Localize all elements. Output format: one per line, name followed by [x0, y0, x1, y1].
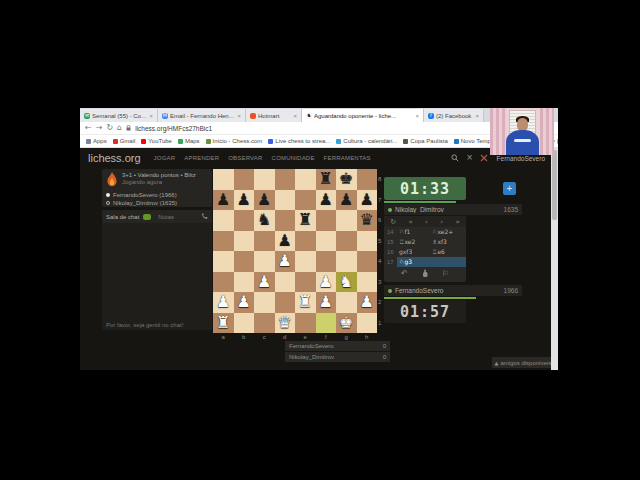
chat-panel: Sala de chat Notas Por favor, seja genti…	[102, 210, 212, 330]
square-a6[interactable]	[213, 210, 234, 231]
bookmark-label: Copa Paulista	[410, 138, 447, 144]
white-p-piece[interactable]: ♟	[216, 294, 230, 310]
white-p-piece[interactable]: ♟	[319, 274, 333, 290]
friends-online-label: amigos disponíveis	[500, 360, 551, 366]
bookmark-item[interactable]: Maps	[178, 138, 200, 144]
bookmark-favicon	[86, 139, 91, 144]
square-g7[interactable]: ♟	[336, 190, 357, 211]
bookmark-favicon	[206, 139, 211, 144]
close-icon[interactable]: ×	[466, 153, 473, 162]
bookmark-item[interactable]: Live chess to strea...	[268, 138, 330, 144]
time-control-label: 3+1 • Valendo pontos • Blitz	[122, 172, 196, 178]
bookmark-favicon	[454, 139, 459, 144]
square-d5[interactable]: ♟	[275, 231, 296, 252]
crosstable-score: 0	[383, 343, 386, 349]
square-a2[interactable]: ♟	[213, 292, 234, 313]
draw-offer-hand-icon[interactable]	[421, 269, 429, 278]
file-label-d: d	[275, 334, 296, 341]
black-p-piece[interactable]: ♟	[237, 192, 251, 208]
move-number: 14	[384, 229, 397, 235]
pink-curtain	[540, 108, 554, 155]
white-p-piece[interactable]: ♟	[319, 294, 333, 310]
rank-label-8: 8	[378, 169, 381, 190]
move-number: 15	[384, 239, 397, 245]
bookmark-label: Cultura - calendári...	[343, 138, 397, 144]
square-e3[interactable]	[295, 272, 316, 293]
online-dot	[388, 208, 392, 212]
move-white[interactable]: ♖xe2	[397, 237, 430, 247]
player-name-top[interactable]: Nikolay_Dimitrov	[395, 206, 501, 213]
file-label-b: b	[234, 334, 255, 341]
square-e6[interactable]: ♜	[295, 210, 316, 231]
time-progress-top	[384, 201, 456, 203]
tab-close-icon[interactable]: ×	[149, 113, 153, 119]
square-b2[interactable]: ♟	[234, 292, 255, 313]
square-d3[interactable]	[275, 272, 296, 293]
square-d4[interactable]: ♟	[275, 251, 296, 272]
browser-tab[interactable]: f(2) Facebook×	[424, 109, 484, 122]
square-a7[interactable]: ♟	[213, 190, 234, 211]
home-icon[interactable]: ⌂	[117, 124, 122, 132]
rank-label-5: 5	[378, 231, 381, 252]
move-black[interactable]: ♗xf3	[430, 237, 466, 247]
tab-close-icon[interactable]: ×	[237, 113, 241, 119]
bookmark-label: Maps	[185, 138, 200, 144]
square-g5[interactable]	[336, 231, 357, 252]
white-n-piece[interactable]: ♞	[339, 274, 353, 290]
move-list: 14♘f1♘xe2+15♖xe2♗xf316gxf3♖e617♘g3	[384, 227, 466, 267]
square-h8[interactable]	[357, 169, 378, 190]
square-d8[interactable]	[275, 169, 296, 190]
board-rank-labels: 87654321	[378, 169, 381, 333]
bookmark-item[interactable]: Apps	[86, 138, 107, 144]
first-move-icon[interactable]: «	[408, 218, 412, 226]
square-b5[interactable]	[234, 231, 255, 252]
square-b4[interactable]	[234, 251, 255, 272]
nav-item-comunidade[interactable]: COMUNIDADE	[272, 155, 315, 161]
file-label-a: a	[213, 334, 234, 341]
move-white[interactable]: ♘g3	[397, 257, 466, 267]
square-g3[interactable]: ♞	[336, 272, 357, 293]
crosstable-player-name: FernandoSevero	[289, 343, 383, 349]
site-header: lichess.org JOGARAPRENDEROBSERVARCOMUNID…	[80, 148, 551, 168]
tab-title: (2) Facebook	[436, 113, 473, 119]
black-k-piece[interactable]: ♚	[339, 171, 353, 187]
square-c4[interactable]	[254, 251, 275, 272]
square-e1[interactable]	[295, 313, 316, 334]
white-color-dot	[106, 193, 110, 197]
black-color-dot	[106, 201, 110, 205]
page-scrollbar[interactable]	[551, 148, 558, 370]
bookmark-item[interactable]: Copa Paulista	[403, 138, 447, 144]
square-f4[interactable]	[316, 251, 337, 272]
browser-tab[interactable]: MEmail - Fernando Henrique S...×	[158, 109, 246, 122]
square-g8[interactable]: ♚	[336, 169, 357, 190]
tab-close-icon[interactable]: ×	[415, 113, 419, 119]
square-e4[interactable]	[295, 251, 316, 272]
square-d6[interactable]	[275, 210, 296, 231]
square-f8[interactable]: ♜	[316, 169, 337, 190]
square-e5[interactable]	[295, 231, 316, 252]
replay-move-icon[interactable]: ↻	[390, 218, 396, 226]
tab-title: Semanal (55) - Conecte-se a...	[92, 113, 147, 119]
crosstable-player-name: Nikolay_Dimitrov	[289, 354, 383, 360]
move-white[interactable]: gxf3	[397, 247, 430, 257]
file-label-g: g	[336, 334, 357, 341]
black-r-piece[interactable]: ♜	[319, 171, 333, 187]
white-p-piece[interactable]: ♟	[278, 253, 292, 269]
challenge-swords-icon[interactable]	[480, 154, 488, 162]
player-row-bottom: FernandoSevero 1966	[384, 285, 522, 296]
bookmark-favicon	[141, 139, 146, 144]
lichess-page: lichess.org JOGARAPRENDEROBSERVARCOMUNID…	[80, 148, 558, 370]
clock-top: 01:33	[384, 177, 466, 200]
square-c7[interactable]: ♟	[254, 190, 275, 211]
file-label-e: e	[295, 334, 316, 341]
move-black[interactable]: ♖e6	[430, 247, 466, 257]
crosstable-row[interactable]: Nikolay_Dimitrov0	[285, 352, 390, 363]
game-actions: ↶ ⚐	[384, 269, 466, 278]
crosstable: FernandoSevero0Nikolay_Dimitrov0	[285, 341, 390, 363]
next-move-icon[interactable]: ›	[440, 218, 443, 226]
bookmark-item[interactable]: Gmail	[113, 138, 136, 144]
bookmark-label: Início - Chess.com	[213, 138, 263, 144]
meta-players: FernandoSevero (1966)Nikolay_Dimitrov (1…	[106, 191, 208, 207]
mail-green-favicon: ✉	[84, 113, 90, 119]
rank-label-3: 3	[378, 272, 381, 293]
square-c8[interactable]	[254, 169, 275, 190]
square-f5[interactable]	[316, 231, 337, 252]
tab-close-icon[interactable]: ×	[475, 113, 479, 119]
black-p-piece[interactable]: ♟	[257, 192, 271, 208]
tab-title: Aguardando oponente - liche...	[314, 113, 413, 119]
give-more-time-button[interactable]: +	[503, 182, 516, 195]
back-icon[interactable]: ←	[85, 124, 92, 132]
rank-label-4: 4	[378, 251, 381, 272]
white-p-piece[interactable]: ♟	[257, 274, 271, 290]
bookmarks-bar: AppsGmailYouTubeMapsInício - Chess.comLi…	[80, 135, 558, 148]
move-number: 17	[384, 259, 397, 265]
file-label-c: c	[254, 334, 275, 341]
facebook-favicon: f	[428, 113, 434, 119]
crosstable-score: 0	[383, 354, 386, 360]
square-b8[interactable]	[234, 169, 255, 190]
square-g6[interactable]	[336, 210, 357, 231]
player-name-bottom[interactable]: FernandoSevero	[395, 287, 501, 294]
move-black[interactable]: ♘xe2+	[430, 227, 466, 237]
white-r-piece[interactable]: ♜	[216, 315, 230, 331]
rank-label-2: 2	[378, 292, 381, 313]
tab-title: Hotmart	[258, 113, 291, 119]
square-e7[interactable]	[295, 190, 316, 211]
chess-board: ♜♚♟♟♟♟♟♟♞♜♛♟♟♟♟♞♟♟♜♟♟♜♛♚	[213, 169, 377, 333]
rank-label-1: 1	[378, 313, 381, 334]
resign-flag-icon[interactable]: ⚐	[442, 269, 449, 278]
reload-icon[interactable]: ↻	[106, 124, 113, 132]
browser-toolbar: ← → ↻ ⌂ lichess.org/HMFcs27hBic1	[80, 122, 558, 135]
square-a4[interactable]	[213, 251, 234, 272]
browser-window: ✉Semanal (55) - Conecte-se a...×MEmail -…	[80, 108, 558, 370]
main-nav: JOGARAPRENDEROBSERVARCOMUNIDADEFERRAMENT…	[154, 155, 371, 161]
nav-item-observar[interactable]: OBSERVAR	[228, 155, 262, 161]
square-b7[interactable]: ♟	[234, 190, 255, 211]
bookmark-label: YouTube	[148, 138, 172, 144]
square-c5[interactable]	[254, 231, 275, 252]
black-r-piece[interactable]: ♜	[298, 212, 312, 228]
square-h4[interactable]	[357, 251, 378, 272]
clock-bottom: 01:57	[384, 300, 466, 323]
bookmark-item[interactable]: Início - Chess.com	[206, 138, 263, 144]
bookmark-label: Gmail	[120, 138, 136, 144]
meta-player-label: Nikolay_Dimitrov (1635)	[113, 199, 177, 207]
square-c6[interactable]: ♞	[254, 210, 275, 231]
square-f7[interactable]: ♟	[316, 190, 337, 211]
square-a3[interactable]	[213, 272, 234, 293]
black-p-piece[interactable]: ♟	[216, 192, 230, 208]
square-g1[interactable]: ♚	[336, 313, 357, 334]
white-r-piece[interactable]: ♜	[298, 294, 312, 310]
black-p-piece[interactable]: ♟	[319, 192, 333, 208]
move-white[interactable]: ♘f1	[397, 227, 430, 237]
webcam-overlay	[490, 108, 554, 155]
streamer-shirt	[506, 130, 539, 155]
phone-icon[interactable]	[201, 213, 208, 220]
chat-messages[interactable]	[102, 223, 212, 320]
nav-item-ferramentas[interactable]: FERRAMENTAS	[324, 155, 371, 161]
game-status-label: Jogando agora	[122, 179, 196, 185]
rank-label-6: 6	[378, 210, 381, 231]
square-a1[interactable]: ♜	[213, 313, 234, 334]
square-e2[interactable]: ♜	[295, 292, 316, 313]
tab-title: Email - Fernando Henrique S...	[170, 113, 235, 119]
white-q-piece[interactable]: ♛	[278, 315, 292, 331]
friends-online-button[interactable]: ▲ amigos disponíveis	[492, 357, 554, 368]
tab-notes[interactable]: Notas	[158, 214, 174, 220]
bookmark-favicon	[113, 139, 118, 144]
square-a8[interactable]	[213, 169, 234, 190]
shirt-stripe	[514, 139, 531, 142]
up-triangle-icon: ▲	[495, 360, 499, 366]
lichess-logo[interactable]: lichess.org	[88, 152, 141, 164]
square-h7[interactable]: ♟	[357, 190, 378, 211]
game-meta-panel: 3+1 • Valendo pontos • Blitz Jogando ago…	[102, 169, 212, 207]
meta-player-label: FernandoSevero (1966)	[113, 191, 177, 199]
player-row-top: Nikolay_Dimitrov 1635	[384, 204, 522, 215]
square-d2[interactable]	[275, 292, 296, 313]
chat-toggle[interactable]	[143, 214, 151, 220]
move-number: 16	[384, 249, 397, 255]
lock-icon	[126, 125, 131, 131]
nav-item-jogar[interactable]: JOGAR	[154, 155, 176, 161]
square-h6[interactable]: ♛	[357, 210, 378, 231]
black-n-piece[interactable]: ♞	[257, 212, 271, 228]
white-p-piece[interactable]: ♟	[360, 294, 374, 310]
chat-notice: Por favor, seja gentil no chat!	[102, 320, 212, 330]
white-k-piece[interactable]: ♚	[339, 315, 353, 331]
square-b1[interactable]	[234, 313, 255, 334]
black-q-piece[interactable]: ♛	[360, 212, 374, 228]
square-d1[interactable]: ♛	[275, 313, 296, 334]
black-p-piece[interactable]: ♟	[360, 192, 374, 208]
browser-tab[interactable]: ✉Semanal (55) - Conecte-se a...×	[80, 109, 158, 122]
replay-controls: ↻«‹›»	[384, 216, 466, 227]
square-c1[interactable]	[254, 313, 275, 334]
square-b6[interactable]	[234, 210, 255, 231]
square-f1[interactable]	[316, 313, 337, 334]
hotmart-favicon	[250, 113, 256, 119]
black-p-piece[interactable]: ♟	[339, 192, 353, 208]
square-e8[interactable]	[295, 169, 316, 190]
rank-label-7: 7	[378, 190, 381, 211]
video-frame: ✉Semanal (55) - Conecte-se a...×MEmail -…	[0, 0, 640, 480]
square-c2[interactable]	[254, 292, 275, 313]
tab-strip: ✉Semanal (55) - Conecte-se a...×MEmail -…	[80, 108, 558, 122]
bookmark-favicon	[336, 139, 341, 144]
square-f3[interactable]: ♟	[316, 272, 337, 293]
square-h3[interactable]	[357, 272, 378, 293]
meta-player-white: FernandoSevero (1966)	[106, 191, 208, 199]
bookmark-favicon	[178, 139, 183, 144]
lichess-favicon: ♞	[306, 113, 312, 119]
bookmark-favicon	[403, 139, 408, 144]
tab-close-icon[interactable]: ×	[293, 113, 297, 119]
meta-player-black: Nikolay_Dimitrov (1635)	[106, 199, 208, 207]
board-file-labels: abcdefgh	[213, 334, 377, 341]
square-f6[interactable]	[316, 210, 337, 231]
square-d7[interactable]	[275, 190, 296, 211]
move-list-panel: ↻«‹›» 14♘f1♘xe2+15♖xe2♗xf316gxf3♖e617♘g3…	[384, 216, 466, 282]
crosstable-row[interactable]: FernandoSevero0	[285, 341, 390, 352]
browser-tab[interactable]: Hotmart×	[246, 109, 302, 122]
tab-chat-room[interactable]: Sala de chat	[106, 214, 139, 220]
previous-move-icon[interactable]: ‹	[425, 218, 428, 226]
square-b3[interactable]	[234, 272, 255, 293]
last-move-icon[interactable]: »	[455, 218, 459, 226]
square-h2[interactable]: ♟	[357, 292, 378, 313]
time-progress-bottom	[384, 297, 476, 299]
forward-icon[interactable]: →	[96, 124, 103, 132]
pink-curtain	[490, 108, 507, 155]
square-c3[interactable]: ♟	[254, 272, 275, 293]
square-f2[interactable]: ♟	[316, 292, 337, 313]
file-label-f: f	[316, 334, 337, 341]
search-icon[interactable]	[451, 154, 459, 162]
bookmark-item[interactable]: Cultura - calendári...	[336, 138, 397, 144]
bookmark-label: Apps	[93, 138, 107, 144]
blitz-flame-icon	[106, 172, 118, 188]
url-text[interactable]: lichess.org/HMFcs27hBic1	[135, 125, 212, 132]
square-g4[interactable]	[336, 251, 357, 272]
bookmark-item[interactable]: YouTube	[141, 138, 172, 144]
browser-tab[interactable]: ♞Aguardando oponente - liche...×	[302, 109, 424, 122]
player-rating-top: 1635	[504, 206, 518, 213]
square-a5[interactable]	[213, 231, 234, 252]
white-p-piece[interactable]: ♟	[237, 294, 251, 310]
header-icons: ×	[451, 153, 488, 162]
file-label-h: h	[357, 334, 378, 341]
square-g2[interactable]	[336, 292, 357, 313]
nav-item-aprender[interactable]: APRENDER	[184, 155, 219, 161]
player-rating-bottom: 1966	[504, 287, 518, 294]
black-p-piece[interactable]: ♟	[278, 233, 292, 249]
square-h5[interactable]	[357, 231, 378, 252]
logged-in-username[interactable]: FernandoSevero	[497, 155, 545, 162]
online-dot	[388, 289, 392, 293]
takeback-icon[interactable]: ↶	[401, 269, 408, 278]
square-h1[interactable]	[357, 313, 378, 334]
bookmark-favicon	[268, 139, 273, 144]
bookmark-label: Live chess to strea...	[275, 138, 330, 144]
gmail-favicon: M	[162, 113, 168, 119]
